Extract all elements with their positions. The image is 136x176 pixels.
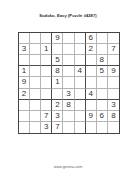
cell-r7c4: 2: [52, 100, 63, 111]
cell-r6c3: [41, 89, 52, 100]
cell-r6c6: [75, 89, 86, 100]
cell-r2c6: [75, 44, 86, 55]
cell-r1c7: 6: [86, 33, 97, 44]
cell-r2c1: 3: [19, 44, 30, 55]
cell-r3c5: [63, 55, 74, 66]
cell-r2c8: [97, 44, 108, 55]
cell-r1c9: [108, 33, 119, 44]
cell-r1c2: [30, 33, 41, 44]
cell-r4c3: [41, 66, 52, 77]
cell-r9c8: [97, 122, 108, 133]
cell-r2c9: 7: [108, 44, 119, 55]
cell-r6c8: [97, 89, 108, 100]
cell-r9c5: [63, 122, 74, 133]
cell-r8c9: 8: [108, 111, 119, 122]
cell-r7c5: 8: [63, 100, 74, 111]
cell-r8c1: [19, 111, 30, 122]
cell-r2c4: [52, 44, 63, 55]
cell-r8c7: 9: [86, 111, 97, 122]
cell-r5c2: [30, 77, 41, 88]
cell-r5c6: [75, 77, 86, 88]
cell-r7c1: [19, 100, 30, 111]
cell-r9c9: [108, 122, 119, 133]
cell-r2c7: 2: [86, 44, 97, 55]
cell-r3c1: [19, 55, 30, 66]
cell-r3c9: [108, 55, 119, 66]
cell-r4c6: 4: [75, 66, 86, 77]
cell-r5c9: [108, 77, 119, 88]
cell-r1c5: [63, 33, 74, 44]
cell-r3c6: [75, 55, 86, 66]
cell-r7c7: [86, 100, 97, 111]
cell-r5c1: 9: [19, 77, 30, 88]
cell-r8c6: [75, 111, 86, 122]
cell-r1c6: [75, 33, 86, 44]
cell-r6c7: 4: [86, 89, 97, 100]
cell-r3c4: 5: [52, 55, 63, 66]
cell-r7c8: [97, 100, 108, 111]
page-title: Sudoku, Easy (Puzzle #4287): [0, 13, 136, 18]
cell-r1c3: [41, 33, 52, 44]
cell-r4c7: [86, 66, 97, 77]
cell-r8c8: 6: [97, 111, 108, 122]
cell-r8c5: [63, 111, 74, 122]
cell-r5c3: [41, 77, 52, 88]
cell-r1c1: [19, 33, 30, 44]
sudoku-grid: 9631275818459912342837396837: [18, 32, 120, 134]
cell-r9c6: [75, 122, 86, 133]
cell-r3c2: [30, 55, 41, 66]
cell-r2c3: 1: [41, 44, 52, 55]
cell-r9c2: [30, 122, 41, 133]
cell-r2c5: [63, 44, 74, 55]
cell-r3c7: [86, 55, 97, 66]
cell-r6c2: [30, 89, 41, 100]
cell-r6c5: 3: [63, 89, 74, 100]
cell-r9c7: [86, 122, 97, 133]
cell-r6c1: 2: [19, 89, 30, 100]
cell-r7c3: [41, 100, 52, 111]
website-url: www.genina.com: [0, 165, 136, 169]
cell-r5c7: [86, 77, 97, 88]
cell-r4c1: 1: [19, 66, 30, 77]
cell-r2c2: [30, 44, 41, 55]
cell-r3c3: [41, 55, 52, 66]
cell-r4c8: 5: [97, 66, 108, 77]
cell-r4c5: [63, 66, 74, 77]
cell-r7c9: 3: [108, 100, 119, 111]
cell-r9c3: 3: [41, 122, 52, 133]
cell-r4c2: [30, 66, 41, 77]
cell-r9c1: [19, 122, 30, 133]
cell-r6c4: [52, 89, 63, 100]
cell-r1c8: [97, 33, 108, 44]
sudoku-sheet: Sudoku, Easy (Puzzle #4287) 963127581845…: [0, 0, 136, 176]
cell-r8c3: 7: [41, 111, 52, 122]
cell-r4c9: 9: [108, 66, 119, 77]
cell-r7c2: [30, 100, 41, 111]
cell-r1c4: 9: [52, 33, 63, 44]
cell-r4c4: 8: [52, 66, 63, 77]
cell-r9c4: 7: [52, 122, 63, 133]
cell-r3c8: 8: [97, 55, 108, 66]
cell-r8c4: 3: [52, 111, 63, 122]
cell-r5c8: [97, 77, 108, 88]
cell-r6c9: [108, 89, 119, 100]
cell-r8c2: [30, 111, 41, 122]
cell-r7c6: [75, 100, 86, 111]
cell-r5c5: [63, 77, 74, 88]
cell-r5c4: 1: [52, 77, 63, 88]
